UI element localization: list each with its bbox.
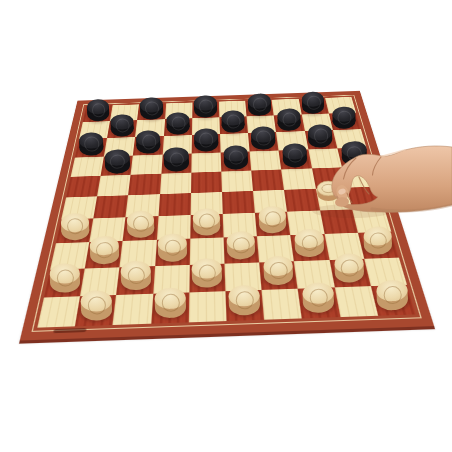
black-piece[interactable]: [251, 126, 276, 150]
black-piece[interactable]: [302, 91, 325, 114]
white-piece[interactable]: [302, 282, 334, 314]
black-piece[interactable]: [223, 145, 249, 170]
photo-stage: [0, 0, 452, 452]
white-piece[interactable]: [363, 226, 392, 255]
white-piece[interactable]: [226, 231, 255, 260]
white-piece[interactable]: [192, 208, 220, 236]
white-piece[interactable]: [263, 255, 294, 285]
pieces-layer: [0, 0, 452, 452]
black-piece[interactable]: [136, 130, 161, 154]
white-piece[interactable]: [61, 213, 89, 241]
white-piece[interactable]: [80, 290, 112, 322]
white-piece[interactable]: [127, 210, 155, 238]
white-piece[interactable]: [258, 206, 286, 234]
black-piece[interactable]: [282, 143, 308, 168]
black-piece[interactable]: [110, 114, 134, 138]
white-piece[interactable]: [154, 287, 186, 319]
black-piece[interactable]: [248, 93, 271, 116]
black-piece[interactable]: [164, 147, 190, 172]
black-piece[interactable]: [332, 106, 356, 130]
black-piece[interactable]: [308, 124, 333, 148]
black-piece[interactable]: [277, 108, 301, 132]
white-piece[interactable]: [377, 279, 409, 311]
black-piece[interactable]: [221, 110, 245, 134]
black-piece[interactable]: [166, 112, 190, 136]
black-piece[interactable]: [140, 97, 163, 120]
white-piece[interactable]: [89, 236, 118, 265]
black-piece[interactable]: [341, 141, 367, 166]
black-piece[interactable]: [86, 99, 109, 122]
black-piece[interactable]: [104, 149, 130, 174]
black-piece[interactable]: [79, 132, 104, 156]
white-piece[interactable]: [295, 228, 324, 257]
black-piece[interactable]: [193, 128, 218, 152]
white-piece[interactable]: [121, 260, 152, 290]
white-piece[interactable]: [158, 233, 187, 262]
white-piece[interactable]: [228, 285, 260, 317]
white-piece[interactable]: [334, 253, 365, 283]
white-piece[interactable]: [49, 263, 80, 293]
checkers-board: [0, 0, 452, 452]
black-piece[interactable]: [194, 95, 217, 118]
white-piece[interactable]: [192, 258, 223, 288]
